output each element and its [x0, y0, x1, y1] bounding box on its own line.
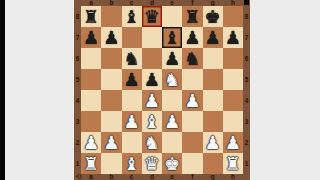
- piece-bn-c6: ♞: [124, 50, 140, 68]
- piece-wp-c3: ♟: [124, 113, 140, 131]
- square-d6[interactable]: [142, 48, 162, 69]
- file-label-bottom-g: g: [203, 174, 223, 180]
- rank-labels-right: 87654321: [243, 6, 250, 174]
- square-c8[interactable]: ♝: [122, 6, 142, 27]
- chess-board: abcdefgh 87654321 ♜♝♛♜♚♟♟♝♟♟♟♞♟♞♟♟♞♟♟♟♝♟…: [74, 0, 250, 180]
- square-c4[interactable]: [122, 90, 142, 111]
- square-b3[interactable]: [101, 111, 121, 132]
- piece-wb-d3: ♝: [144, 113, 160, 131]
- square-g1[interactable]: [203, 153, 223, 174]
- piece-bn-f6: ♞: [184, 50, 200, 68]
- square-c7[interactable]: [122, 27, 142, 48]
- square-e3[interactable]: ♟: [162, 111, 182, 132]
- square-a1[interactable]: ♜: [81, 153, 101, 174]
- rank-label-left-7: 7: [74, 27, 81, 48]
- square-c1[interactable]: ♝: [122, 153, 142, 174]
- piece-bp-e6: ♟: [164, 50, 180, 68]
- piece-bp-d5: ♟: [144, 71, 160, 89]
- square-f1[interactable]: [182, 153, 202, 174]
- square-a7[interactable]: ♟: [81, 27, 101, 48]
- piece-br-f8: ♜: [184, 8, 200, 26]
- rank-label-left-1: 1: [74, 153, 81, 174]
- piece-bp-a7: ♟: [83, 29, 99, 47]
- square-c3[interactable]: ♟: [122, 111, 142, 132]
- square-f7[interactable]: ♟: [182, 27, 202, 48]
- square-b4[interactable]: [101, 90, 121, 111]
- square-c5[interactable]: ♟: [122, 69, 142, 90]
- piece-wp-f4: ♟: [184, 92, 200, 110]
- square-g3[interactable]: [203, 111, 223, 132]
- file-label-bottom-f: f: [182, 174, 202, 180]
- rank-label-right-7: 7: [243, 27, 250, 48]
- square-b5[interactable]: [101, 69, 121, 90]
- square-g5[interactable]: [203, 69, 223, 90]
- rank-label-left-2: 2: [74, 132, 81, 153]
- file-label-bottom-d: d: [142, 174, 162, 180]
- black-to-move-indicator: [244, 0, 249, 5]
- piece-wp-a2: ♟: [83, 134, 99, 152]
- square-a3[interactable]: [81, 111, 101, 132]
- file-label-bottom-h: h: [223, 174, 243, 180]
- square-f2[interactable]: [182, 132, 202, 153]
- square-h2[interactable]: ♟: [223, 132, 243, 153]
- letterbox-bar: [0, 0, 5, 180]
- rank-label-left-5: 5: [74, 69, 81, 90]
- square-g6[interactable]: [203, 48, 223, 69]
- board-grid: ♜♝♛♜♚♟♟♝♟♟♟♞♟♞♟♟♞♟♟♟♝♟♟♟♞♟♟♜♝♛♚♜: [81, 6, 243, 174]
- piece-bp-h7: ♟: [225, 29, 241, 47]
- piece-wp-b2: ♟: [103, 134, 119, 152]
- rank-label-right-1: 1: [243, 153, 250, 174]
- piece-wr-a1: ♜: [83, 155, 99, 173]
- square-g4[interactable]: [203, 90, 223, 111]
- rank-label-right-3: 3: [243, 111, 250, 132]
- square-e5[interactable]: ♞: [162, 69, 182, 90]
- piece-wp-d4: ♟: [144, 92, 160, 110]
- square-a6[interactable]: [81, 48, 101, 69]
- piece-wp-g2: ♟: [205, 134, 221, 152]
- square-b2[interactable]: ♟: [101, 132, 121, 153]
- piece-wk-e1: ♚: [164, 155, 180, 173]
- square-d3[interactable]: ♝: [142, 111, 162, 132]
- file-label-bottom-b: b: [101, 174, 121, 180]
- square-d1[interactable]: ♛: [142, 153, 162, 174]
- rank-label-right-2: 2: [243, 132, 250, 153]
- piece-bp-b7: ♟: [103, 29, 119, 47]
- piece-bb-c8: ♝: [124, 8, 140, 26]
- piece-bp-g7: ♟: [205, 29, 221, 47]
- rank-label-left-3: 3: [74, 111, 81, 132]
- square-h3[interactable]: [223, 111, 243, 132]
- square-c6[interactable]: ♞: [122, 48, 142, 69]
- square-f5[interactable]: [182, 69, 202, 90]
- square-d8[interactable]: ♛: [142, 6, 162, 27]
- piece-wr-h1: ♜: [225, 155, 241, 173]
- piece-wp-e3: ♟: [164, 113, 180, 131]
- file-label-bottom-e: e: [162, 174, 182, 180]
- square-a4[interactable]: [81, 90, 101, 111]
- piece-bk-g8: ♚: [205, 8, 221, 26]
- piece-wb-c1: ♝: [124, 155, 140, 173]
- piece-bb-e7: ♝: [164, 29, 180, 47]
- square-h1[interactable]: ♜: [223, 153, 243, 174]
- square-b1[interactable]: [101, 153, 121, 174]
- square-h6[interactable]: [223, 48, 243, 69]
- square-g7[interactable]: ♟: [203, 27, 223, 48]
- square-a2[interactable]: ♟: [81, 132, 101, 153]
- piece-bp-c5: ♟: [124, 71, 140, 89]
- square-f4[interactable]: ♟: [182, 90, 202, 111]
- rank-label-right-4: 4: [243, 90, 250, 111]
- square-d4[interactable]: ♟: [142, 90, 162, 111]
- piece-wn-d2: ♞: [144, 134, 160, 152]
- square-d7[interactable]: [142, 27, 162, 48]
- flip-board-icon[interactable]: ⟲: [75, 173, 82, 180]
- square-c2[interactable]: [122, 132, 142, 153]
- piece-wp-h2: ♟: [225, 134, 241, 152]
- square-g2[interactable]: ♟: [203, 132, 223, 153]
- rank-label-left-6: 6: [74, 48, 81, 69]
- square-e2[interactable]: [162, 132, 182, 153]
- square-b6[interactable]: [101, 48, 121, 69]
- square-g8[interactable]: ♚: [203, 6, 223, 27]
- square-d5[interactable]: ♟: [142, 69, 162, 90]
- square-h8[interactable]: [223, 6, 243, 27]
- rank-label-right-5: 5: [243, 69, 250, 90]
- piece-wn-e5: ♞: [164, 71, 180, 89]
- piece-wq-d1: ♛: [144, 155, 160, 173]
- square-h4[interactable]: [223, 90, 243, 111]
- square-b7[interactable]: ♟: [101, 27, 121, 48]
- square-f3[interactable]: [182, 111, 202, 132]
- square-h5[interactable]: [223, 69, 243, 90]
- square-e7[interactable]: ♝: [162, 27, 182, 48]
- square-e1[interactable]: ♚: [162, 153, 182, 174]
- rank-labels-left: 87654321: [74, 6, 81, 174]
- square-h7[interactable]: ♟: [223, 27, 243, 48]
- square-a5[interactable]: [81, 69, 101, 90]
- file-labels-bottom: abcdefgh: [81, 174, 243, 180]
- file-label-bottom-c: c: [122, 174, 142, 180]
- square-e4[interactable]: [162, 90, 182, 111]
- square-f8[interactable]: ♜: [182, 6, 202, 27]
- piece-br-a8: ♜: [83, 8, 99, 26]
- square-d2[interactable]: ♞: [142, 132, 162, 153]
- square-b8[interactable]: [101, 6, 121, 27]
- rank-label-left-4: 4: [74, 90, 81, 111]
- rank-label-right-8: 8: [243, 6, 250, 27]
- rank-label-right-6: 6: [243, 48, 250, 69]
- piece-bq-d8: ♛: [144, 8, 160, 26]
- square-e6[interactable]: ♟: [162, 48, 182, 69]
- piece-bp-f7: ♟: [184, 29, 200, 47]
- square-f6[interactable]: ♞: [182, 48, 202, 69]
- square-a8[interactable]: ♜: [81, 6, 101, 27]
- square-e8[interactable]: [162, 6, 182, 27]
- file-label-bottom-a: a: [81, 174, 101, 180]
- rank-label-left-8: 8: [74, 6, 81, 27]
